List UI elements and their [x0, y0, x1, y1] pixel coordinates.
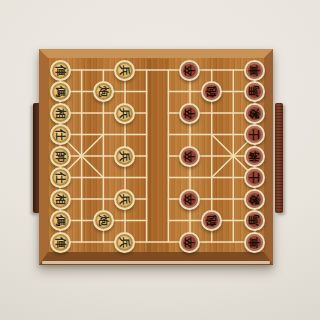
piece-dark-c10-r8[interactable]: 馬	[244, 210, 265, 231]
piece-character: 兵	[119, 65, 130, 76]
piece-character: 車	[249, 65, 260, 76]
piece-character: 象	[249, 108, 260, 119]
piece-character: 卒	[184, 65, 195, 76]
piece-character: 傌	[55, 86, 66, 97]
piece-light-c1-r2[interactable]: 傌	[50, 81, 71, 102]
piece-dark-c10-r4[interactable]: 士	[244, 124, 265, 145]
piece-character: 傌	[55, 215, 66, 226]
piece-character: 仕	[55, 172, 66, 183]
piece-dark-c8-r2[interactable]: 砲	[201, 81, 222, 102]
piece-dark-c7-r3[interactable]: 卒	[179, 103, 200, 124]
piece-character: 俥	[55, 237, 66, 248]
piece-light-c1-r8[interactable]: 傌	[50, 210, 71, 231]
piece-light-c3-r2[interactable]: 炮	[93, 81, 114, 102]
piece-character: 仕	[55, 129, 66, 140]
piece-light-c1-r9[interactable]: 俥	[50, 232, 71, 253]
piece-light-c4-r5[interactable]: 兵	[114, 146, 135, 167]
piece-character: 兵	[119, 194, 130, 205]
piece-light-c3-r8[interactable]: 炮	[93, 210, 114, 231]
piece-character: 卒	[184, 151, 195, 162]
piece-character: 士	[249, 129, 260, 140]
piece-light-c1-r6[interactable]: 仕	[50, 167, 71, 188]
piece-character: 砲	[206, 215, 217, 226]
piece-dark-c7-r1[interactable]: 卒	[179, 60, 200, 81]
piece-dark-c7-r5[interactable]: 卒	[179, 146, 200, 167]
piece-light-c1-r5[interactable]: 帥	[50, 146, 71, 167]
piece-character: 將	[249, 151, 260, 162]
piece-light-c4-r9[interactable]: 兵	[114, 232, 135, 253]
piece-character: 卒	[184, 237, 195, 248]
piece-character: 馬	[249, 86, 260, 97]
piece-dark-c10-r3[interactable]: 象	[244, 103, 265, 124]
piece-character: 車	[249, 237, 260, 248]
piece-character: 帥	[55, 151, 66, 162]
piece-character: 炮	[98, 86, 109, 97]
piece-dark-c10-r2[interactable]: 馬	[244, 81, 265, 102]
piece-character: 象	[249, 194, 260, 205]
piece-light-c1-r1[interactable]: 俥	[50, 60, 71, 81]
piece-character: 馬	[249, 215, 260, 226]
piece-dark-c10-r5[interactable]: 將	[244, 146, 265, 167]
piece-light-c4-r3[interactable]: 兵	[114, 103, 135, 124]
piece-dark-c8-r8[interactable]: 砲	[201, 210, 222, 231]
piece-character: 俥	[55, 65, 66, 76]
piece-dark-c10-r7[interactable]: 象	[244, 189, 265, 210]
piece-light-c1-r7[interactable]: 相	[50, 189, 71, 210]
piece-character: 兵	[119, 151, 130, 162]
piece-character: 炮	[98, 215, 109, 226]
piece-character: 卒	[184, 108, 195, 119]
pieces-layer: 俥傌相仕帥仕相傌俥炮炮兵兵兵兵兵車馬象士將士象馬車砲砲卒卒卒卒卒	[0, 0, 320, 320]
piece-character: 卒	[184, 194, 195, 205]
piece-dark-c10-r6[interactable]: 士	[244, 167, 265, 188]
piece-dark-c10-r1[interactable]: 車	[244, 60, 265, 81]
piece-light-c4-r1[interactable]: 兵	[114, 60, 135, 81]
piece-character: 士	[249, 172, 260, 183]
piece-character: 兵	[119, 108, 130, 119]
piece-character: 相	[55, 108, 66, 119]
piece-light-c1-r3[interactable]: 相	[50, 103, 71, 124]
piece-dark-c7-r9[interactable]: 卒	[179, 232, 200, 253]
piece-dark-c7-r7[interactable]: 卒	[179, 189, 200, 210]
piece-character: 砲	[206, 86, 217, 97]
scene: 俥傌相仕帥仕相傌俥炮炮兵兵兵兵兵車馬象士將士象馬車砲砲卒卒卒卒卒	[0, 0, 320, 320]
piece-character: 相	[55, 194, 66, 205]
piece-dark-c10-r9[interactable]: 車	[244, 232, 265, 253]
piece-character: 兵	[119, 237, 130, 248]
piece-light-c4-r7[interactable]: 兵	[114, 189, 135, 210]
piece-light-c1-r4[interactable]: 仕	[50, 124, 71, 145]
